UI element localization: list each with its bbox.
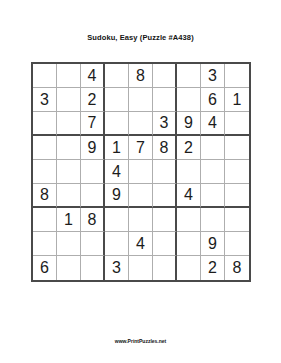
cell-r3c1[interactable] — [33, 112, 57, 136]
cell-r5c3[interactable] — [81, 160, 105, 184]
cell-r4c3: 9 — [81, 136, 105, 160]
cell-r2c3: 2 — [81, 88, 105, 112]
cell-r2c8: 6 — [201, 88, 225, 112]
cell-r3c5[interactable] — [129, 112, 153, 136]
cell-r6c9[interactable] — [225, 184, 249, 208]
cell-r9c4: 3 — [105, 256, 129, 280]
cell-r6c1: 8 — [33, 184, 57, 208]
cell-r5c2[interactable] — [57, 160, 81, 184]
cell-r5c4: 4 — [105, 160, 129, 184]
cell-r9c5[interactable] — [129, 256, 153, 280]
cell-r1c1[interactable] — [33, 64, 57, 88]
cell-r4c8[interactable] — [201, 136, 225, 160]
cell-r5c6[interactable] — [153, 160, 177, 184]
cell-r3c6: 3 — [153, 112, 177, 136]
cell-r5c7[interactable] — [177, 160, 201, 184]
cell-r3c9[interactable] — [225, 112, 249, 136]
cell-r2c2[interactable] — [57, 88, 81, 112]
cell-r6c2[interactable] — [57, 184, 81, 208]
cell-r5c5[interactable] — [129, 160, 153, 184]
cell-r3c8: 4 — [201, 112, 225, 136]
cell-r4c5: 7 — [129, 136, 153, 160]
cell-r6c5[interactable] — [129, 184, 153, 208]
cell-r8c2[interactable] — [57, 232, 81, 256]
cell-r8c4[interactable] — [105, 232, 129, 256]
cell-r9c9: 8 — [225, 256, 249, 280]
cell-r1c4[interactable] — [105, 64, 129, 88]
cell-r4c9[interactable] — [225, 136, 249, 160]
cell-r3c2[interactable] — [57, 112, 81, 136]
cell-r7c2: 1 — [57, 208, 81, 232]
cell-r4c1[interactable] — [33, 136, 57, 160]
cell-r1c7[interactable] — [177, 64, 201, 88]
cell-r4c2[interactable] — [57, 136, 81, 160]
cell-r7c4[interactable] — [105, 208, 129, 232]
cell-r6c8[interactable] — [201, 184, 225, 208]
cell-r7c8[interactable] — [201, 208, 225, 232]
cell-r1c6[interactable] — [153, 64, 177, 88]
cell-r7c7[interactable] — [177, 208, 201, 232]
cell-r9c7[interactable] — [177, 256, 201, 280]
page-title: Sudoku, Easy (Puzzle #A438) — [0, 33, 281, 42]
cell-r3c7: 9 — [177, 112, 201, 136]
cell-r1c5: 8 — [129, 64, 153, 88]
cell-r8c8: 9 — [201, 232, 225, 256]
cell-r6c7: 4 — [177, 184, 201, 208]
cell-r8c7[interactable] — [177, 232, 201, 256]
cell-r1c3: 4 — [81, 64, 105, 88]
sudoku-board: 4833261739491782489418496328 — [31, 62, 251, 282]
cell-r8c5: 4 — [129, 232, 153, 256]
cell-r2c1: 3 — [33, 88, 57, 112]
cell-r2c4[interactable] — [105, 88, 129, 112]
cell-r8c1[interactable] — [33, 232, 57, 256]
cell-r9c3[interactable] — [81, 256, 105, 280]
cell-r9c6[interactable] — [153, 256, 177, 280]
cell-r9c1: 6 — [33, 256, 57, 280]
cell-r2c7[interactable] — [177, 88, 201, 112]
cell-r1c2[interactable] — [57, 64, 81, 88]
cell-r6c3[interactable] — [81, 184, 105, 208]
cell-r9c2[interactable] — [57, 256, 81, 280]
cell-r1c8: 3 — [201, 64, 225, 88]
cell-r4c4: 1 — [105, 136, 129, 160]
cell-r2c9: 1 — [225, 88, 249, 112]
cell-r2c5[interactable] — [129, 88, 153, 112]
cell-r6c4: 9 — [105, 184, 129, 208]
cell-r7c5[interactable] — [129, 208, 153, 232]
cell-r8c6[interactable] — [153, 232, 177, 256]
cell-r5c1[interactable] — [33, 160, 57, 184]
cell-r9c8: 2 — [201, 256, 225, 280]
cell-r6c6[interactable] — [153, 184, 177, 208]
cell-r4c7: 2 — [177, 136, 201, 160]
cell-r8c9[interactable] — [225, 232, 249, 256]
cell-r4c6: 8 — [153, 136, 177, 160]
cell-r5c8[interactable] — [201, 160, 225, 184]
cell-r8c3[interactable] — [81, 232, 105, 256]
cell-r2c6[interactable] — [153, 88, 177, 112]
cell-r1c9[interactable] — [225, 64, 249, 88]
cell-r7c6[interactable] — [153, 208, 177, 232]
cell-r3c3: 7 — [81, 112, 105, 136]
sudoku-board-container: 4833261739491782489418496328 — [31, 62, 251, 282]
footer-site-url: www.PrintPuzzles.net — [0, 338, 281, 344]
cell-r7c3: 8 — [81, 208, 105, 232]
cell-r7c1[interactable] — [33, 208, 57, 232]
cell-r5c9[interactable] — [225, 160, 249, 184]
cell-r7c9[interactable] — [225, 208, 249, 232]
cell-r3c4[interactable] — [105, 112, 129, 136]
